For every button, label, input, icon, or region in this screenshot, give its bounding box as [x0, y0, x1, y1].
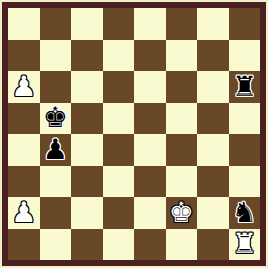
square-e3[interactable] [134, 166, 166, 198]
square-b3[interactable] [40, 166, 72, 198]
black-knight[interactable]: ♞ [232, 199, 257, 227]
square-f4[interactable] [166, 134, 198, 166]
square-e5[interactable] [134, 103, 166, 135]
square-f5[interactable] [166, 103, 198, 135]
square-h6[interactable]: ♜ [229, 71, 261, 103]
square-c5[interactable] [71, 103, 103, 135]
square-h1[interactable]: ♜ [229, 229, 261, 261]
square-f6[interactable] [166, 71, 198, 103]
square-g3[interactable] [197, 166, 229, 198]
black-king[interactable]: ♚ [43, 104, 68, 132]
square-a6[interactable]: ♟ [8, 71, 40, 103]
square-e8[interactable] [134, 8, 166, 40]
square-d5[interactable] [103, 103, 135, 135]
square-h5[interactable] [229, 103, 261, 135]
white-pawn[interactable]: ♟ [11, 73, 36, 101]
square-g4[interactable] [197, 134, 229, 166]
square-f3[interactable] [166, 166, 198, 198]
square-d1[interactable] [103, 229, 135, 261]
square-c3[interactable] [71, 166, 103, 198]
square-e1[interactable] [134, 229, 166, 261]
square-h4[interactable] [229, 134, 261, 166]
square-f1[interactable] [166, 229, 198, 261]
square-d4[interactable] [103, 134, 135, 166]
square-h8[interactable] [229, 8, 261, 40]
square-a8[interactable] [8, 8, 40, 40]
square-d3[interactable] [103, 166, 135, 198]
square-h2[interactable]: ♞ [229, 197, 261, 229]
square-c4[interactable] [71, 134, 103, 166]
square-c6[interactable] [71, 71, 103, 103]
square-a3[interactable] [8, 166, 40, 198]
square-c7[interactable] [71, 40, 103, 72]
board-frame: ♟♜♚♟♟♚♞♜ [0, 0, 268, 268]
square-g5[interactable] [197, 103, 229, 135]
square-b2[interactable] [40, 197, 72, 229]
square-h3[interactable] [229, 166, 261, 198]
square-e2[interactable] [134, 197, 166, 229]
square-f2[interactable]: ♚ [166, 197, 198, 229]
square-g1[interactable] [197, 229, 229, 261]
square-b5[interactable]: ♚ [40, 103, 72, 135]
square-g8[interactable] [197, 8, 229, 40]
square-d6[interactable] [103, 71, 135, 103]
square-d8[interactable] [103, 8, 135, 40]
square-a7[interactable] [8, 40, 40, 72]
black-rook[interactable]: ♜ [232, 73, 257, 101]
square-b7[interactable] [40, 40, 72, 72]
square-d2[interactable] [103, 197, 135, 229]
square-g6[interactable] [197, 71, 229, 103]
square-c2[interactable] [71, 197, 103, 229]
square-a5[interactable] [8, 103, 40, 135]
black-pawn[interactable]: ♟ [43, 136, 68, 164]
square-f7[interactable] [166, 40, 198, 72]
chess-board: ♟♜♚♟♟♚♞♜ [8, 8, 260, 260]
square-e7[interactable] [134, 40, 166, 72]
square-e6[interactable] [134, 71, 166, 103]
square-g7[interactable] [197, 40, 229, 72]
square-g2[interactable] [197, 197, 229, 229]
square-b1[interactable] [40, 229, 72, 261]
square-h7[interactable] [229, 40, 261, 72]
white-king[interactable]: ♚ [169, 199, 194, 227]
white-rook[interactable]: ♜ [232, 230, 257, 258]
square-b4[interactable]: ♟ [40, 134, 72, 166]
white-pawn[interactable]: ♟ [11, 199, 36, 227]
square-c8[interactable] [71, 8, 103, 40]
square-a4[interactable] [8, 134, 40, 166]
square-d7[interactable] [103, 40, 135, 72]
square-a2[interactable]: ♟ [8, 197, 40, 229]
square-c1[interactable] [71, 229, 103, 261]
square-f8[interactable] [166, 8, 198, 40]
square-a1[interactable] [8, 229, 40, 261]
square-e4[interactable] [134, 134, 166, 166]
square-b6[interactable] [40, 71, 72, 103]
square-b8[interactable] [40, 8, 72, 40]
